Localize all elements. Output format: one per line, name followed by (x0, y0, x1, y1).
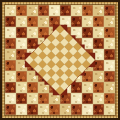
square-r7c4[interactable] (38, 71, 49, 82)
square-r1c6[interactable] (60, 5, 71, 16)
square-r9c1[interactable] (5, 93, 16, 104)
square-r4c10[interactable] (104, 38, 115, 49)
square-r9c8[interactable] (82, 93, 93, 104)
square-r1c5[interactable] (49, 5, 60, 16)
square-r9c7[interactable] (71, 93, 82, 104)
square-r4c2[interactable] (16, 38, 27, 49)
square-r10c3[interactable] (27, 104, 38, 115)
outer-checkerboard (5, 5, 115, 115)
square-r6c4[interactable] (38, 60, 49, 71)
square-r5c6[interactable] (60, 49, 71, 60)
square-r3c9[interactable] (93, 27, 104, 38)
square-r6c2[interactable] (16, 60, 27, 71)
square-r8c6[interactable] (60, 82, 71, 93)
square-r4c8[interactable] (82, 38, 93, 49)
square-r6c5[interactable] (49, 60, 60, 71)
square-r2c3[interactable] (27, 16, 38, 27)
square-r5c1[interactable] (5, 49, 16, 60)
square-r7c7[interactable] (71, 71, 82, 82)
square-r3c6[interactable] (60, 27, 71, 38)
square-r3c4[interactable] (38, 27, 49, 38)
square-r6c9[interactable] (93, 60, 104, 71)
game-board (0, 0, 120, 120)
board-frame-border (2, 2, 118, 118)
game-board-photo (0, 0, 120, 120)
square-r8c3[interactable] (27, 82, 38, 93)
square-r9c3[interactable] (27, 93, 38, 104)
square-r3c2[interactable] (16, 27, 27, 38)
square-r4c5[interactable] (49, 38, 60, 49)
square-r10c4[interactable] (38, 104, 49, 115)
square-r4c6[interactable] (60, 38, 71, 49)
square-r8c9[interactable] (93, 82, 104, 93)
square-r6c6[interactable] (60, 60, 71, 71)
square-r10c2[interactable] (16, 104, 27, 115)
square-r10c6[interactable] (60, 104, 71, 115)
square-r6c10[interactable] (104, 60, 115, 71)
square-r9c6[interactable] (60, 93, 71, 104)
square-r4c1[interactable] (5, 38, 16, 49)
square-r5c9[interactable] (93, 49, 104, 60)
playing-field (5, 5, 115, 115)
square-r7c10[interactable] (104, 71, 115, 82)
square-r2c7[interactable] (71, 16, 82, 27)
square-r7c2[interactable] (16, 71, 27, 82)
square-r9c2[interactable] (16, 93, 27, 104)
square-r10c8[interactable] (82, 104, 93, 115)
square-r7c5[interactable] (49, 71, 60, 82)
square-r10c1[interactable] (5, 104, 16, 115)
square-r10c10[interactable] (104, 104, 115, 115)
square-r8c7[interactable] (71, 82, 82, 93)
square-r2c2[interactable] (16, 16, 27, 27)
square-r7c8[interactable] (82, 71, 93, 82)
square-r5c3[interactable] (27, 49, 38, 60)
square-r2c4[interactable] (38, 16, 49, 27)
square-r1c3[interactable] (27, 5, 38, 16)
square-r4c9[interactable] (93, 38, 104, 49)
square-r8c2[interactable] (16, 82, 27, 93)
square-r2c9[interactable] (93, 16, 104, 27)
square-r5c10[interactable] (104, 49, 115, 60)
square-r10c5[interactable] (49, 104, 60, 115)
square-r5c2[interactable] (16, 49, 27, 60)
square-r4c4[interactable] (38, 38, 49, 49)
square-r2c5[interactable] (49, 16, 60, 27)
square-r9c10[interactable] (104, 93, 115, 104)
square-r5c4[interactable] (38, 49, 49, 60)
square-r4c7[interactable] (71, 38, 82, 49)
square-r1c7[interactable] (71, 5, 82, 16)
square-r10c9[interactable] (93, 104, 104, 115)
square-r2c8[interactable] (82, 16, 93, 27)
square-r9c5[interactable] (49, 93, 60, 104)
square-r3c1[interactable] (5, 27, 16, 38)
square-r6c3[interactable] (27, 60, 38, 71)
square-r8c10[interactable] (104, 82, 115, 93)
square-r8c8[interactable] (82, 82, 93, 93)
square-r4c3[interactable] (27, 38, 38, 49)
square-r5c7[interactable] (71, 49, 82, 60)
square-r10c7[interactable] (71, 104, 82, 115)
square-r3c8[interactable] (82, 27, 93, 38)
square-r8c4[interactable] (38, 82, 49, 93)
square-r6c1[interactable] (5, 60, 16, 71)
square-r8c1[interactable] (5, 82, 16, 93)
square-r5c8[interactable] (82, 49, 93, 60)
square-r2c10[interactable] (104, 16, 115, 27)
square-r1c10[interactable] (104, 5, 115, 16)
square-r1c8[interactable] (82, 5, 93, 16)
square-r9c4[interactable] (38, 93, 49, 104)
square-r7c6[interactable] (60, 71, 71, 82)
square-r7c9[interactable] (93, 71, 104, 82)
square-r9c9[interactable] (93, 93, 104, 104)
square-r8c5[interactable] (49, 82, 60, 93)
square-r3c10[interactable] (104, 27, 115, 38)
square-r5c5[interactable] (49, 49, 60, 60)
square-r6c8[interactable] (82, 60, 93, 71)
square-r2c1[interactable] (5, 16, 16, 27)
square-r3c5[interactable] (49, 27, 60, 38)
square-r2c6[interactable] (60, 16, 71, 27)
square-r3c3[interactable] (27, 27, 38, 38)
square-r1c1[interactable] (5, 5, 16, 16)
square-r7c3[interactable] (27, 71, 38, 82)
square-r1c9[interactable] (93, 5, 104, 16)
square-r6c7[interactable] (71, 60, 82, 71)
square-r7c1[interactable] (5, 71, 16, 82)
square-r1c4[interactable] (38, 5, 49, 16)
square-r3c7[interactable] (71, 27, 82, 38)
square-r1c2[interactable] (16, 5, 27, 16)
